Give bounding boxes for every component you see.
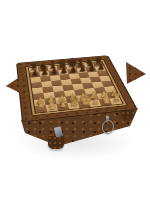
piece-black-rook: ♜ — [94, 57, 103, 66]
square — [94, 87, 106, 94]
product-photo: ♜♞♝♛♚♝♞♜♟♟♟♟♟♟♟♟♟♟♟♟♟♟♟♟♜♞♝♛♚♝♞♜ — [0, 0, 150, 200]
square — [50, 75, 61, 81]
chess-board-grid: ♜♞♝♛♚♝♞♜♟♟♟♟♟♟♟♟♟♟♟♟♟♟♟♟♜♞♝♛♚♝♞♜ — [28, 61, 124, 114]
carved-foot-front — [48, 136, 64, 149]
square: ♞ — [46, 104, 58, 112]
right-wing-handle — [122, 60, 148, 86]
square — [40, 76, 51, 82]
ring-circle-icon — [101, 119, 115, 135]
ring-handle — [101, 116, 114, 134]
square: ♝ — [88, 100, 101, 107]
square: ♜ — [109, 97, 122, 104]
